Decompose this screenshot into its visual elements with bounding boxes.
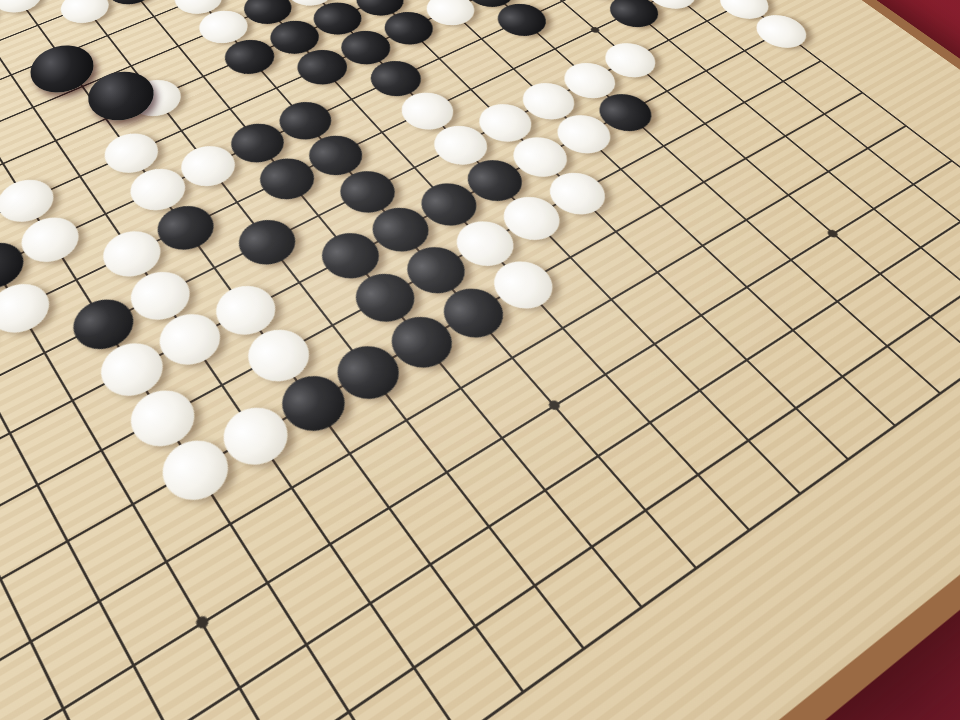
go-game-photo [0,0,960,720]
white-stone [0,275,58,342]
black-stone [229,211,306,273]
white-stone [53,0,117,29]
black-stone [600,0,668,33]
white-stone [0,0,49,19]
